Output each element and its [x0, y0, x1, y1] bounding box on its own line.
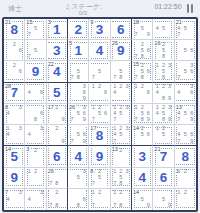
- big-digit: 9: [25, 61, 45, 81]
- cell-r5c1[interactable]: 8134: [4, 104, 25, 125]
- mistakes-value: 0/3: [62, 10, 104, 17]
- cage-sum: 16: [154, 40, 161, 46]
- pencil-digit: [103, 117, 109, 123]
- pencil-digit: 9: [81, 138, 87, 144]
- pencil-marks: 34: [26, 126, 44, 144]
- cell-r2c5[interactable]: 4: [89, 40, 110, 61]
- pencil-marks: 68: [69, 190, 87, 209]
- pencil-digit: [167, 138, 173, 144]
- cage-sum: 3: [47, 19, 51, 25]
- pencil-digit: [189, 96, 195, 102]
- big-digit: 9: [89, 146, 109, 166]
- pencil-marks: 12358: [154, 62, 172, 80]
- cage-sum: 14: [133, 189, 140, 195]
- cell-r2c3[interactable]: 3: [47, 40, 68, 61]
- pencil-digit: [103, 75, 109, 81]
- cell-r5c7[interactable]: 1256789: [132, 104, 153, 125]
- cell-r3c7[interactable]: 1525678: [132, 61, 153, 82]
- pencil-digit: [189, 203, 195, 209]
- big-digit: 4: [68, 146, 88, 166]
- difficulty-label: 博士: [8, 4, 22, 14]
- pencil-marks: 26: [5, 62, 23, 80]
- pencil-marks: 278: [48, 190, 66, 209]
- cage-sum: 18: [133, 19, 140, 25]
- cell-r1c1[interactable]: 218: [4, 19, 25, 40]
- cell-r6c1[interactable]: 134: [4, 125, 25, 146]
- pencil-digit: [17, 117, 23, 123]
- cell-r8c5[interactable]: 81257: [89, 168, 110, 189]
- pencil-marks: 127: [90, 190, 108, 209]
- pencil-digit: [39, 159, 45, 165]
- cell-r4c9[interactable]: 346: [175, 83, 196, 104]
- pencil-marks: 126: [133, 84, 151, 102]
- pencil-marks: 3567: [176, 62, 195, 80]
- big-digit: 5: [47, 83, 67, 103]
- cell-r5c6[interactable]: 123457: [111, 104, 132, 125]
- cage-sum: 13: [175, 104, 182, 110]
- pencil-digit: [81, 203, 87, 209]
- pencil-marks: 29: [48, 126, 66, 144]
- pencil-marks: 369: [69, 84, 87, 102]
- pencil-digit: [189, 32, 195, 38]
- pencil-digit: [124, 117, 130, 123]
- cell-r8c3[interactable]: 2678: [47, 168, 68, 189]
- pencil-marks: 126: [90, 84, 108, 102]
- cell-r1c3[interactable]: 31: [47, 19, 68, 40]
- cell-r9c2[interactable]: 34: [25, 189, 46, 210]
- cell-r6c2[interactable]: 34: [25, 125, 46, 146]
- pencil-digit: [124, 159, 130, 165]
- cell-r7c6[interactable]: 1312: [111, 146, 132, 167]
- pencil-digit: [17, 53, 23, 59]
- cell-r4c2[interactable]: 46: [25, 83, 46, 104]
- status-bar: 博士 ミステーク: 0/3 01:22:50: [0, 0, 200, 17]
- cell-r4c4[interactable]: 369: [68, 83, 89, 104]
- cell-r4c6[interactable]: 1234: [111, 83, 132, 104]
- cell-r2c1[interactable]: 26: [4, 40, 25, 61]
- cell-r8c7[interactable]: 4: [132, 168, 153, 189]
- pencil-marks: 346: [176, 84, 195, 102]
- pencil-digit: [17, 203, 23, 209]
- pencil-marks: 125: [154, 126, 172, 144]
- pencil-digit: 9: [189, 138, 195, 144]
- pencil-digit: 9: [60, 138, 66, 144]
- cage-sum: 14: [5, 146, 12, 152]
- cell-r2c6[interactable]: 269: [111, 40, 132, 61]
- pencil-marks: 123489: [154, 84, 172, 102]
- big-digit: 2: [68, 19, 88, 39]
- mistakes-label: ミステーク:: [64, 3, 102, 10]
- cage-sum: 26: [111, 40, 118, 46]
- pencil-digit: [103, 203, 109, 209]
- cell-r5c4[interactable]: 2635679: [68, 104, 89, 125]
- pause-icon: [191, 4, 193, 13]
- cell-r6c9[interactable]: 45679: [175, 125, 196, 146]
- big-digit: 4: [132, 168, 152, 188]
- cell-r1c6[interactable]: 6: [111, 19, 132, 40]
- cage-sum: 26: [69, 104, 76, 110]
- pencil-marks: 12: [26, 169, 44, 187]
- timer: 01:22:50: [153, 3, 183, 10]
- mistakes-counter: ミステーク: 0/3: [62, 3, 104, 17]
- cell-r2c7[interactable]: 25678: [132, 40, 153, 61]
- pencil-marks: 578: [69, 62, 87, 80]
- pause-button[interactable]: [186, 4, 194, 13]
- pencil-marks: 1234: [112, 84, 130, 102]
- pencil-marks: 45679: [176, 126, 195, 144]
- cell-r8c6[interactable]: 123578: [111, 168, 132, 189]
- pencil-digit: [39, 203, 45, 209]
- cell-r2c2[interactable]: 57: [25, 40, 46, 61]
- cage-sum: 15: [133, 61, 140, 67]
- cell-r7c4[interactable]: 4: [68, 146, 89, 167]
- cell-r2c4[interactable]: 51: [68, 40, 89, 61]
- pencil-digit: 9: [145, 203, 151, 209]
- pencil-marks: 5679: [69, 126, 87, 144]
- pencil-digit: [39, 138, 45, 144]
- big-digit: 6: [153, 168, 173, 188]
- cage-sum: 17: [47, 104, 54, 110]
- pencil-marks: 123578: [112, 169, 130, 187]
- pencil-marks: 35: [69, 169, 87, 187]
- cell-r9c9[interactable]: 12: [175, 189, 196, 210]
- pencil-digit: [103, 96, 109, 102]
- pencil-digit: [189, 75, 195, 81]
- cage-sum: 13: [111, 146, 118, 152]
- cell-r2c8[interactable]: 16258: [153, 40, 174, 61]
- cage-sum: 21: [5, 19, 12, 25]
- cell-r7c2[interactable]: 312: [25, 146, 46, 167]
- cell-r3c1[interactable]: 26: [4, 61, 25, 82]
- pencil-digit: [81, 181, 87, 187]
- pencil-digit: [81, 75, 87, 81]
- cell-r9c8[interactable]: 59: [153, 189, 174, 210]
- pencil-digit: [145, 75, 151, 81]
- pencil-digit: [60, 203, 66, 209]
- cage-sum: 15: [26, 19, 33, 25]
- cell-r4c3[interactable]: 5: [47, 83, 68, 104]
- pencil-digit: [60, 181, 66, 187]
- pencil-digit: [145, 53, 151, 59]
- cell-r8c9[interactable]: 312: [175, 168, 196, 189]
- pencil-marks: 34: [26, 190, 44, 209]
- pencil-digit: 9: [167, 117, 173, 123]
- pencil-marks: 25678: [133, 41, 151, 59]
- pencil-digit: [103, 181, 109, 187]
- cell-r9c4[interactable]: 68: [68, 189, 89, 210]
- cell-r6c3[interactable]: 29: [47, 125, 68, 146]
- pencil-digit: 9: [81, 96, 87, 102]
- big-digit: 3: [132, 146, 152, 166]
- cell-r7c1[interactable]: 145: [4, 146, 25, 167]
- big-digit: 6: [111, 19, 131, 39]
- cell-r9c6[interactable]: 1278: [111, 189, 132, 210]
- cell-r5c8[interactable]: 1234589: [153, 104, 174, 125]
- cell-r3c4[interactable]: 578: [68, 61, 89, 82]
- pencil-marks: 578: [112, 62, 130, 80]
- pencil-marks: 1278: [112, 190, 130, 209]
- cell-r5c3[interactable]: 1729: [47, 104, 68, 125]
- cell-r1c4[interactable]: 2: [68, 19, 89, 40]
- big-digit: 9: [4, 168, 24, 188]
- cell-r4c8[interactable]: 123489: [153, 83, 174, 104]
- pencil-marks: 57: [90, 62, 108, 80]
- cell-r9c7[interactable]: 1459: [132, 189, 153, 210]
- big-digit: 3: [47, 40, 67, 60]
- cell-r9c5[interactable]: 127: [89, 189, 110, 210]
- pencil-digit: [189, 181, 195, 187]
- pencil-digit: [145, 138, 151, 144]
- cell-r1c8[interactable]: 45: [153, 19, 174, 40]
- cage-sum: 8: [90, 168, 94, 174]
- pencil-digit: 9: [81, 117, 87, 123]
- cell-r4c7[interactable]: 126: [132, 83, 153, 104]
- cell-r3c8[interactable]: 12358: [153, 61, 174, 82]
- pencil-digit: 9: [189, 117, 195, 123]
- pencil-digit: [39, 117, 45, 123]
- pencil-digit: [167, 53, 173, 59]
- cage-sum: 21: [154, 146, 161, 152]
- pencil-digit: [39, 32, 45, 38]
- cell-r6c5[interactable]: 178: [89, 125, 110, 146]
- cell-r4c5[interactable]: 126: [89, 83, 110, 104]
- pencil-marks: 57: [26, 41, 44, 59]
- pencil-marks: 134: [5, 126, 23, 144]
- pause-icon: [187, 4, 189, 13]
- cage-sum: 9: [90, 19, 94, 25]
- cell-r3c2[interactable]: 9: [25, 61, 46, 82]
- pencil-marks: 1234589: [154, 105, 172, 123]
- cell-r8c2[interactable]: 12: [25, 168, 46, 189]
- pencil-digit: [124, 96, 130, 102]
- cell-r3c6[interactable]: 578: [111, 61, 132, 82]
- cage-sum: 21: [175, 19, 182, 25]
- cell-r9c3[interactable]: 278: [47, 189, 68, 210]
- cage-sum: 5: [69, 40, 73, 46]
- pencil-digit: [145, 96, 151, 102]
- pencil-digit: 9: [145, 32, 151, 38]
- cage-sum: 3: [175, 168, 179, 174]
- cell-r5c5[interactable]: 12567: [89, 104, 110, 125]
- pencil-digit: [167, 75, 173, 81]
- pencil-digit: [167, 32, 173, 38]
- pencil-digit: [124, 138, 130, 144]
- pencil-marks: 56: [176, 41, 195, 59]
- pencil-digit: [17, 75, 23, 81]
- big-digit: 4: [89, 40, 109, 60]
- cell-r1c2[interactable]: 1557: [25, 19, 46, 40]
- cell-r7c9[interactable]: 8: [175, 146, 196, 167]
- pencil-digit: [39, 96, 45, 102]
- pencil-marks: 68: [26, 105, 44, 123]
- pencil-digit: [39, 181, 45, 187]
- cage-sum: 22: [47, 61, 54, 67]
- pencil-marks: 26: [5, 41, 23, 59]
- cell-r7c3[interactable]: 6: [47, 146, 68, 167]
- pencil-marks: 46: [26, 84, 44, 102]
- pencil-digit: [189, 53, 195, 59]
- cell-r5c2[interactable]: 68: [25, 104, 46, 125]
- big-digit: 8: [175, 146, 196, 166]
- pencil-digit: [17, 138, 23, 144]
- cell-r5c9[interactable]: 1345679: [175, 104, 196, 125]
- pencil-digit: 9: [60, 117, 66, 123]
- cell-r6c6[interactable]: 123457: [111, 125, 132, 146]
- cell-r6c8[interactable]: 125: [153, 125, 174, 146]
- pencil-digit: [124, 203, 130, 209]
- cell-r1c9[interactable]: 21457: [175, 19, 196, 40]
- cell-r3c3[interactable]: 224: [47, 61, 68, 82]
- cell-r7c7[interactable]: 3: [132, 146, 153, 167]
- cage-sum: 26: [47, 168, 54, 174]
- cage-sum: 28: [5, 83, 12, 89]
- pencil-digit: 9: [167, 203, 173, 209]
- cell-r4c1[interactable]: 287: [4, 83, 25, 104]
- cage-sum: 17: [90, 125, 97, 131]
- cell-r7c5[interactable]: 9: [89, 146, 110, 167]
- cell-r8c1[interactable]: 9: [4, 168, 25, 189]
- cell-r3c9[interactable]: 3567: [175, 61, 196, 82]
- cage-sum: 8: [5, 104, 9, 110]
- cage-sum: 7: [5, 189, 9, 195]
- pencil-marks: 59: [154, 190, 172, 209]
- pencil-marks: 123457: [112, 105, 130, 123]
- cell-r2c9[interactable]: 56: [175, 40, 196, 61]
- cell-r3c5[interactable]: 57: [89, 61, 110, 82]
- cage-sum: 14: [133, 125, 140, 131]
- cell-r1c5[interactable]: 93: [89, 19, 110, 40]
- cell-r6c4[interactable]: 5679: [68, 125, 89, 146]
- cell-r6c7[interactable]: 14256: [132, 125, 153, 146]
- pencil-marks: 1256789: [133, 105, 151, 123]
- pencil-digit: [124, 181, 130, 187]
- killer-sudoku-board: 2181557312936185794521457265735142692567…: [2, 17, 198, 212]
- cage-sum: 3: [26, 146, 30, 152]
- pencil-marks: 12: [176, 190, 195, 209]
- pencil-marks: 45: [154, 20, 172, 38]
- pencil-digit: [124, 75, 130, 81]
- pencil-digit: 9: [167, 96, 173, 102]
- big-digit: 6: [47, 146, 67, 166]
- pencil-digit: [39, 53, 45, 59]
- cell-r9c1[interactable]: 734: [4, 189, 25, 210]
- cell-r7c8[interactable]: 217: [153, 146, 174, 167]
- pencil-marks: 123457: [112, 126, 130, 144]
- cell-r8c4[interactable]: 35: [68, 168, 89, 189]
- pencil-marks: 12567: [90, 105, 108, 123]
- pencil-digit: 9: [145, 117, 151, 123]
- cell-r1c7[interactable]: 18579: [132, 19, 153, 40]
- cell-r8c8[interactable]: 6: [153, 168, 174, 189]
